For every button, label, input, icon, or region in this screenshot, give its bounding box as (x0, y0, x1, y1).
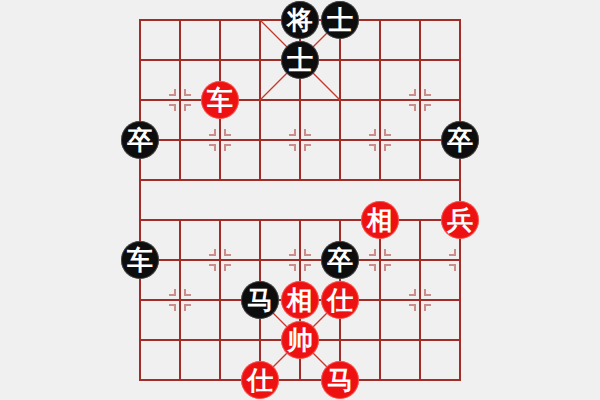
piece-black-general[interactable]: 将 (281, 1, 319, 39)
piece-red-chariot[interactable]: 车 (201, 81, 239, 119)
piece-red-general[interactable]: 帅 (281, 321, 319, 359)
pieces-layer: 将士士车卒卒相兵车卒马相仕帅仕马 (120, 0, 480, 400)
piece-red-elephant[interactable]: 相 (281, 281, 319, 319)
piece-black-advisor[interactable]: 士 (281, 41, 319, 79)
piece-black-soldier[interactable]: 卒 (441, 121, 479, 159)
piece-black-soldier[interactable]: 卒 (321, 241, 359, 279)
piece-red-elephant[interactable]: 相 (361, 201, 399, 239)
piece-red-advisor[interactable]: 仕 (241, 361, 279, 399)
piece-red-advisor[interactable]: 仕 (321, 281, 359, 319)
piece-red-soldier[interactable]: 兵 (441, 201, 479, 239)
piece-black-soldier[interactable]: 卒 (121, 121, 159, 159)
piece-black-chariot[interactable]: 车 (121, 241, 159, 279)
piece-black-horse[interactable]: 马 (241, 281, 279, 319)
xiangqi-board-diagram: 将士士车卒卒相兵车卒马相仕帅仕马 (0, 0, 600, 400)
piece-red-horse[interactable]: 马 (321, 361, 359, 399)
piece-black-advisor[interactable]: 士 (321, 1, 359, 39)
